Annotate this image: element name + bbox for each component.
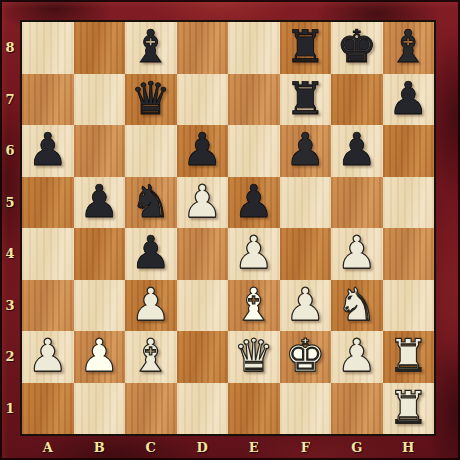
square-a1[interactable] bbox=[22, 383, 74, 435]
square-a4[interactable] bbox=[22, 228, 74, 280]
black-bishop[interactable]: ♝ bbox=[131, 24, 171, 69]
chess-board: ♝♜♚♝♛♜♟♟♟♟♟♟♞♟♟♟♟♟♟♝♟♞♟♟♝♛♚♟♜♜ bbox=[20, 20, 436, 436]
black-pawn[interactable]: ♟ bbox=[234, 179, 274, 224]
square-g3[interactable]: ♞ bbox=[331, 280, 383, 332]
file-label-d: D bbox=[177, 434, 229, 460]
square-g7[interactable] bbox=[331, 74, 383, 126]
square-e8[interactable] bbox=[228, 22, 280, 74]
square-d2[interactable] bbox=[177, 331, 229, 383]
square-e5[interactable]: ♟ bbox=[228, 177, 280, 229]
square-d7[interactable] bbox=[177, 74, 229, 126]
black-pawn[interactable]: ♟ bbox=[28, 127, 68, 172]
square-e1[interactable] bbox=[228, 383, 280, 435]
square-d3[interactable] bbox=[177, 280, 229, 332]
white-bishop[interactable]: ♝ bbox=[131, 333, 171, 378]
file-label-g: G bbox=[331, 434, 383, 460]
white-pawn[interactable]: ♟ bbox=[131, 282, 171, 327]
square-c6[interactable] bbox=[125, 125, 177, 177]
white-pawn[interactable]: ♟ bbox=[182, 179, 222, 224]
rank-label-7: 7 bbox=[0, 74, 22, 126]
file-label-e: E bbox=[228, 434, 280, 460]
black-bishop[interactable]: ♝ bbox=[388, 24, 428, 69]
white-pawn[interactable]: ♟ bbox=[285, 282, 325, 327]
square-g2[interactable]: ♟ bbox=[331, 331, 383, 383]
square-b6[interactable] bbox=[74, 125, 126, 177]
white-pawn[interactable]: ♟ bbox=[337, 230, 377, 275]
square-h3[interactable] bbox=[383, 280, 435, 332]
square-e3[interactable]: ♝ bbox=[228, 280, 280, 332]
black-pawn[interactable]: ♟ bbox=[79, 179, 119, 224]
square-b2[interactable]: ♟ bbox=[74, 331, 126, 383]
rank-label-5: 5 bbox=[0, 177, 22, 229]
square-h6[interactable] bbox=[383, 125, 435, 177]
square-h4[interactable] bbox=[383, 228, 435, 280]
square-b8[interactable] bbox=[74, 22, 126, 74]
square-h1[interactable]: ♜ bbox=[383, 383, 435, 435]
square-a2[interactable]: ♟ bbox=[22, 331, 74, 383]
square-b4[interactable] bbox=[74, 228, 126, 280]
square-f8[interactable]: ♜ bbox=[280, 22, 332, 74]
black-pawn[interactable]: ♟ bbox=[285, 127, 325, 172]
square-a6[interactable]: ♟ bbox=[22, 125, 74, 177]
black-pawn[interactable]: ♟ bbox=[337, 127, 377, 172]
rank-label-3: 3 bbox=[0, 280, 22, 332]
square-f1[interactable] bbox=[280, 383, 332, 435]
file-labels: ABCDEFGH bbox=[22, 434, 434, 460]
white-rook[interactable]: ♜ bbox=[388, 333, 428, 378]
rank-label-2: 2 bbox=[0, 331, 22, 383]
square-h2[interactable]: ♜ bbox=[383, 331, 435, 383]
square-d4[interactable] bbox=[177, 228, 229, 280]
square-f4[interactable] bbox=[280, 228, 332, 280]
square-a3[interactable] bbox=[22, 280, 74, 332]
black-rook[interactable]: ♜ bbox=[285, 24, 325, 69]
square-f3[interactable]: ♟ bbox=[280, 280, 332, 332]
square-c7[interactable]: ♛ bbox=[125, 74, 177, 126]
black-knight[interactable]: ♞ bbox=[131, 179, 171, 224]
square-c3[interactable]: ♟ bbox=[125, 280, 177, 332]
square-h7[interactable]: ♟ bbox=[383, 74, 435, 126]
square-c5[interactable]: ♞ bbox=[125, 177, 177, 229]
rank-label-8: 8 bbox=[0, 22, 22, 74]
square-g1[interactable] bbox=[331, 383, 383, 435]
rank-label-4: 4 bbox=[0, 228, 22, 280]
board-frame: 87654321 ABCDEFGH ♝♜♚♝♛♜♟♟♟♟♟♟♞♟♟♟♟♟♟♝♟♞… bbox=[0, 0, 460, 460]
square-c4[interactable]: ♟ bbox=[125, 228, 177, 280]
square-d6[interactable]: ♟ bbox=[177, 125, 229, 177]
square-b5[interactable]: ♟ bbox=[74, 177, 126, 229]
rank-label-1: 1 bbox=[0, 383, 22, 435]
square-g5[interactable] bbox=[331, 177, 383, 229]
black-pawn[interactable]: ♟ bbox=[131, 230, 171, 275]
rank-labels: 87654321 bbox=[0, 22, 22, 434]
square-a8[interactable] bbox=[22, 22, 74, 74]
square-g4[interactable]: ♟ bbox=[331, 228, 383, 280]
square-d8[interactable] bbox=[177, 22, 229, 74]
white-pawn[interactable]: ♟ bbox=[28, 333, 68, 378]
square-b3[interactable] bbox=[74, 280, 126, 332]
black-pawn[interactable]: ♟ bbox=[388, 76, 428, 121]
square-h8[interactable]: ♝ bbox=[383, 22, 435, 74]
square-d5[interactable]: ♟ bbox=[177, 177, 229, 229]
white-pawn[interactable]: ♟ bbox=[79, 333, 119, 378]
square-e7[interactable] bbox=[228, 74, 280, 126]
square-f5[interactable] bbox=[280, 177, 332, 229]
rank-label-6: 6 bbox=[0, 125, 22, 177]
white-king[interactable]: ♚ bbox=[285, 333, 325, 378]
square-g8[interactable]: ♚ bbox=[331, 22, 383, 74]
file-label-f: F bbox=[280, 434, 332, 460]
white-rook[interactable]: ♜ bbox=[388, 385, 428, 430]
white-bishop[interactable]: ♝ bbox=[234, 282, 274, 327]
square-c2[interactable]: ♝ bbox=[125, 331, 177, 383]
square-e2[interactable]: ♛ bbox=[228, 331, 280, 383]
square-f6[interactable]: ♟ bbox=[280, 125, 332, 177]
square-h5[interactable] bbox=[383, 177, 435, 229]
square-a5[interactable] bbox=[22, 177, 74, 229]
square-b1[interactable] bbox=[74, 383, 126, 435]
square-g6[interactable]: ♟ bbox=[331, 125, 383, 177]
square-e6[interactable] bbox=[228, 125, 280, 177]
file-label-c: C bbox=[125, 434, 177, 460]
square-c1[interactable] bbox=[125, 383, 177, 435]
square-a7[interactable] bbox=[22, 74, 74, 126]
square-c8[interactable]: ♝ bbox=[125, 22, 177, 74]
square-e4[interactable]: ♟ bbox=[228, 228, 280, 280]
black-queen[interactable]: ♛ bbox=[131, 76, 171, 121]
black-king[interactable]: ♚ bbox=[337, 24, 377, 69]
white-pawn[interactable]: ♟ bbox=[234, 230, 274, 275]
file-label-h: H bbox=[383, 434, 435, 460]
white-pawn[interactable]: ♟ bbox=[337, 333, 377, 378]
file-label-a: A bbox=[22, 434, 74, 460]
square-f7[interactable]: ♜ bbox=[280, 74, 332, 126]
white-knight[interactable]: ♞ bbox=[337, 282, 377, 327]
square-f2[interactable]: ♚ bbox=[280, 331, 332, 383]
black-rook[interactable]: ♜ bbox=[285, 76, 325, 121]
black-pawn[interactable]: ♟ bbox=[182, 127, 222, 172]
file-label-b: B bbox=[74, 434, 126, 460]
square-d1[interactable] bbox=[177, 383, 229, 435]
square-b7[interactable] bbox=[74, 74, 126, 126]
white-queen[interactable]: ♛ bbox=[234, 333, 274, 378]
